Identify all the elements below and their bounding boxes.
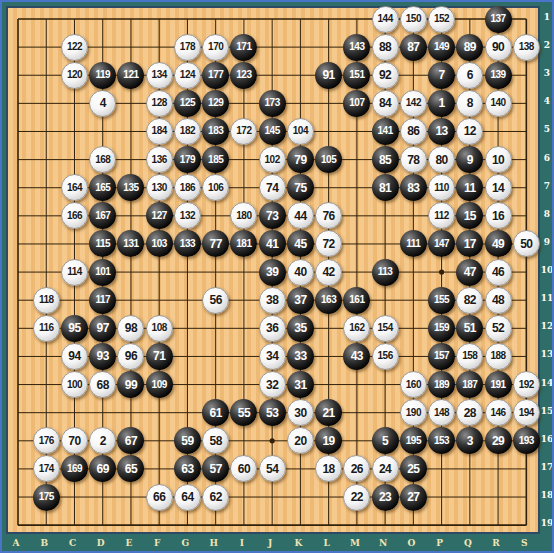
row-label-5: 5 [544,124,550,134]
move-number: 141 [378,126,393,136]
move-number: 180 [236,210,251,220]
move-number: 48 [492,294,504,306]
stone-white-move-184[interactable]: 184 [146,118,173,145]
move-number: 35 [294,322,306,334]
move-number: 45 [294,237,306,249]
stone-white-move-130[interactable]: 130 [146,174,173,201]
stone-black-move-31[interactable]: 31 [287,371,314,398]
move-number: 30 [294,406,306,418]
stone-white-move-36[interactable]: 36 [259,315,286,342]
stone-white-move-186[interactable]: 186 [174,174,201,201]
stone-black-move-51[interactable]: 51 [456,315,483,342]
stone-white-move-136[interactable]: 136 [146,146,173,173]
move-number: 77 [209,237,221,249]
stone-white-move-150[interactable]: 150 [400,6,427,33]
stone-white-move-120[interactable]: 120 [61,62,88,89]
move-number: 92 [379,69,391,81]
move-number: 78 [407,153,419,165]
stone-black-move-121[interactable]: 121 [117,62,144,89]
stone-black-move-87[interactable]: 87 [400,34,427,61]
move-number: 10 [492,153,504,165]
stone-black-move-7[interactable]: 7 [428,62,455,89]
stone-black-move-195[interactable]: 195 [400,427,427,454]
stone-white-move-56[interactable]: 56 [202,287,229,314]
move-number: 166 [67,210,82,220]
stone-black-move-23[interactable]: 23 [372,484,399,511]
move-number: 91 [322,69,334,81]
move-number: 162 [349,323,364,333]
stone-white-move-80[interactable]: 80 [428,146,455,173]
row-label-15: 15 [541,406,554,416]
column-label-K: K [294,538,302,548]
move-number: 74 [266,181,278,193]
move-number: 123 [236,70,251,80]
stone-white-move-38[interactable]: 38 [259,287,286,314]
move-number: 120 [67,70,82,80]
stone-white-move-92[interactable]: 92 [372,62,399,89]
stone-white-move-152[interactable]: 152 [428,6,455,33]
stone-black-move-177[interactable]: 177 [202,62,229,89]
column-label-S: S [521,538,528,548]
move-number: 158 [462,351,477,361]
stone-white-move-190[interactable]: 190 [400,399,427,426]
row-label-12: 12 [541,321,554,331]
move-number: 132 [180,210,195,220]
move-number: 32 [266,378,278,390]
stone-white-move-94[interactable]: 94 [61,343,88,370]
column-label-G: G [182,538,190,548]
move-number: 136 [152,154,167,164]
stone-white-move-48[interactable]: 48 [485,287,512,314]
move-number: 173 [265,98,280,108]
move-number: 161 [349,295,364,305]
stone-black-move-103[interactable]: 103 [146,230,173,257]
stone-black-move-183[interactable]: 183 [202,118,229,145]
stone-white-move-20[interactable]: 20 [287,427,314,454]
move-number: 81 [379,181,391,193]
move-number: 114 [67,267,82,277]
stone-white-move-114[interactable]: 114 [61,259,88,286]
column-label-P: P [436,538,443,548]
stone-white-move-170[interactable]: 170 [202,34,229,61]
move-number: 84 [379,97,391,109]
go-diagram-frame: 1441501521371221781701711438887149899013… [0,0,554,553]
row-label-16: 16 [541,434,554,444]
stone-white-move-182[interactable]: 182 [174,118,201,145]
stone-black-move-83[interactable]: 83 [400,174,427,201]
row-label-3: 3 [544,68,550,78]
stone-white-move-178[interactable]: 178 [174,34,201,61]
move-number: 6 [467,69,473,81]
move-number: 144 [378,14,393,24]
stone-white-move-8[interactable]: 8 [456,90,483,117]
stone-black-move-37[interactable]: 37 [287,287,314,314]
stone-white-move-124[interactable]: 124 [174,62,201,89]
stone-black-move-95[interactable]: 95 [61,315,88,342]
move-number: 151 [349,70,364,80]
column-label-J: J [268,538,272,548]
stone-white-move-138[interactable]: 138 [513,34,540,61]
stone-black-move-149[interactable]: 149 [428,34,455,61]
row-label-1: 1 [544,12,550,22]
move-number: 118 [39,295,54,305]
move-number: 104 [293,126,308,136]
stone-black-move-85[interactable]: 85 [372,146,399,173]
move-number: 53 [266,406,278,418]
stone-black-move-97[interactable]: 97 [89,315,116,342]
stone-black-move-137[interactable]: 137 [485,6,512,33]
stone-white-move-24[interactable]: 24 [372,455,399,482]
move-number: 165 [95,182,110,192]
stone-white-move-122[interactable]: 122 [61,34,88,61]
stone-white-move-88[interactable]: 88 [372,34,399,61]
move-number: 112 [434,210,449,220]
stone-white-move-144[interactable]: 144 [372,6,399,33]
stone-black-move-41[interactable]: 41 [259,230,286,257]
move-number: 33 [294,350,306,362]
stone-black-move-39[interactable]: 39 [259,259,286,286]
column-label-F: F [154,538,160,548]
column-label-C: C [69,538,76,548]
stone-black-move-139[interactable]: 139 [485,62,512,89]
move-number: 127 [152,210,167,220]
move-number: 80 [435,153,447,165]
stone-white-move-74[interactable]: 74 [259,174,286,201]
stone-black-move-109[interactable]: 109 [146,371,173,398]
move-number: 68 [97,378,109,390]
move-number: 4 [100,97,106,109]
move-number: 140 [490,98,505,108]
move-number: 21 [322,406,334,418]
stone-white-move-146[interactable]: 146 [485,399,512,426]
move-number: 108 [152,323,167,333]
move-number: 172 [236,126,251,136]
move-number: 16 [492,209,504,221]
stone-black-move-163[interactable]: 163 [315,287,342,314]
stone-white-move-30[interactable]: 30 [287,399,314,426]
move-number: 70 [68,434,80,446]
stone-white-move-14[interactable]: 14 [485,174,512,201]
stone-black-move-91[interactable]: 91 [315,62,342,89]
move-number: 40 [294,266,306,278]
column-label-R: R [492,538,499,548]
stone-black-move-127[interactable]: 127 [146,202,173,229]
stone-black-move-173[interactable]: 173 [259,90,286,117]
stone-black-move-141[interactable]: 141 [372,118,399,145]
column-label-N: N [379,538,387,548]
stone-white-move-6[interactable]: 6 [456,62,483,89]
move-number: 52 [492,322,504,334]
stone-black-move-119[interactable]: 119 [89,62,116,89]
stone-black-move-75[interactable]: 75 [287,174,314,201]
go-board-surface[interactable]: 1441501521371221781701711438887149899013… [6,6,540,534]
move-number: 103 [152,238,167,248]
stone-black-move-175[interactable]: 175 [33,484,60,511]
stone-black-move-53[interactable]: 53 [259,399,286,426]
move-number: 72 [322,237,334,249]
move-number: 194 [519,407,534,417]
move-number: 17 [464,237,476,249]
row-label-9: 9 [544,237,550,247]
move-number: 163 [321,295,336,305]
move-number: 19 [322,434,334,446]
stone-black-move-151[interactable]: 151 [343,62,370,89]
stone-white-move-64[interactable]: 64 [174,484,201,511]
move-number: 90 [492,41,504,53]
move-number: 7 [439,69,445,81]
move-number: 167 [95,210,110,220]
move-number: 182 [180,126,195,136]
move-number: 2 [100,434,106,446]
row-label-6: 6 [544,153,550,163]
move-number: 42 [322,266,334,278]
move-number: 43 [351,350,363,362]
move-number: 49 [492,237,504,249]
row-label-18: 18 [541,490,554,500]
move-number: 3 [467,434,473,446]
stone-white-move-162[interactable]: 162 [343,315,370,342]
move-number: 20 [294,434,306,446]
stone-black-move-93[interactable]: 93 [89,343,116,370]
column-label-H: H [209,538,218,548]
stone-white-move-10[interactable]: 10 [485,146,512,173]
stone-black-move-1[interactable]: 1 [428,90,455,117]
stone-black-move-79[interactable]: 79 [287,146,314,173]
stone-white-move-22[interactable]: 22 [343,484,370,511]
stone-white-move-194[interactable]: 194 [513,399,540,426]
stone-black-move-27[interactable]: 27 [400,484,427,511]
stone-black-move-123[interactable]: 123 [230,62,257,89]
move-number: 98 [125,322,137,334]
stone-white-move-4[interactable]: 4 [89,90,116,117]
stone-white-move-192[interactable]: 192 [513,371,540,398]
stone-black-move-81[interactable]: 81 [372,174,399,201]
move-number: 82 [464,294,476,306]
move-number: 187 [462,379,477,389]
stone-white-move-102[interactable]: 102 [259,146,286,173]
move-number: 186 [180,182,195,192]
move-number: 183 [208,126,223,136]
move-number: 146 [490,407,505,417]
move-number: 89 [464,41,476,53]
move-number: 138 [519,42,534,52]
stone-white-move-160[interactable]: 160 [400,371,427,398]
move-number: 63 [181,462,193,474]
stone-black-move-143[interactable]: 143 [343,34,370,61]
stone-white-move-108[interactable]: 108 [146,315,173,342]
stone-black-move-35[interactable]: 35 [287,315,314,342]
move-number: 143 [349,42,364,52]
move-number: 54 [266,462,278,474]
stone-black-move-117[interactable]: 117 [89,287,116,314]
move-number: 115 [95,238,110,248]
stone-white-move-140[interactable]: 140 [485,90,512,117]
stone-black-move-189[interactable]: 189 [428,371,455,398]
stone-black-move-157[interactable]: 157 [428,343,455,370]
stone-white-move-32[interactable]: 32 [259,371,286,398]
move-number: 18 [322,462,334,474]
column-label-A: A [13,538,20,548]
move-number: 51 [464,322,476,334]
stone-white-move-128[interactable]: 128 [146,90,173,117]
move-number: 24 [379,462,391,474]
stone-black-move-171[interactable]: 171 [230,34,257,61]
stone-white-move-34[interactable]: 34 [259,343,286,370]
row-label-17: 17 [541,462,554,472]
move-number: 28 [464,406,476,418]
stone-white-move-154[interactable]: 154 [372,315,399,342]
stone-white-move-164[interactable]: 164 [61,174,88,201]
move-number: 55 [238,406,250,418]
move-number: 34 [266,350,278,362]
move-number: 105 [321,154,336,164]
star-point-P10 [439,269,444,274]
move-number: 185 [208,154,223,164]
stone-white-move-142[interactable]: 142 [400,90,427,117]
stone-black-move-191[interactable]: 191 [485,371,512,398]
move-number: 46 [492,266,504,278]
stone-black-move-101[interactable]: 101 [89,259,116,286]
stone-black-move-33[interactable]: 33 [287,343,314,370]
move-number: 174 [39,463,54,473]
stone-black-move-49[interactable]: 49 [485,230,512,257]
move-number: 73 [266,209,278,221]
stone-black-move-29[interactable]: 29 [485,427,512,454]
stone-black-move-125[interactable]: 125 [174,90,201,117]
stone-black-move-47[interactable]: 47 [456,259,483,286]
stone-white-move-188[interactable]: 188 [485,343,512,370]
move-number: 62 [209,491,221,503]
move-number: 58 [209,434,221,446]
move-number: 130 [152,182,167,192]
move-number: 5 [382,434,388,446]
stone-black-move-179[interactable]: 179 [174,146,201,173]
move-number: 99 [125,378,137,390]
move-number: 155 [434,295,449,305]
move-number: 176 [39,435,54,445]
stone-white-move-104[interactable]: 104 [287,118,314,145]
move-number: 97 [97,322,109,334]
move-number: 160 [406,379,421,389]
move-number: 131 [123,238,138,248]
stone-white-move-46[interactable]: 46 [485,259,512,286]
stone-black-move-193[interactable]: 193 [513,427,540,454]
move-number: 57 [209,462,221,474]
column-label-O: O [407,538,415,548]
move-number: 153 [434,435,449,445]
stone-white-move-82[interactable]: 82 [456,287,483,314]
row-label-13: 13 [541,349,554,359]
move-number: 15 [464,209,476,221]
stone-black-move-155[interactable]: 155 [428,287,455,314]
move-number: 134 [152,70,167,80]
stone-black-move-73[interactable]: 73 [259,202,286,229]
stone-white-move-90[interactable]: 90 [485,34,512,61]
move-number: 85 [379,153,391,165]
move-number: 71 [153,350,165,362]
stone-black-move-161[interactable]: 161 [343,287,370,314]
column-label-B: B [40,538,48,548]
stone-black-move-13[interactable]: 13 [428,118,455,145]
row-label-14: 14 [541,378,554,388]
row-label-19: 19 [541,518,554,528]
stone-white-move-78[interactable]: 78 [400,146,427,173]
move-number: 47 [464,266,476,278]
stone-white-move-42[interactable]: 42 [315,259,342,286]
move-number: 22 [351,491,363,503]
stone-white-move-52[interactable]: 52 [485,315,512,342]
column-label-M: M [350,538,360,548]
move-number: 69 [97,462,109,474]
move-number: 113 [378,267,393,277]
stone-white-move-54[interactable]: 54 [259,455,286,482]
stone-black-move-159[interactable]: 159 [428,315,455,342]
move-number: 164 [67,182,82,192]
move-number: 150 [406,14,421,24]
column-label-Q: Q [464,538,472,548]
move-number: 148 [434,407,449,417]
move-number: 95 [68,322,80,334]
stone-white-move-16[interactable]: 16 [485,202,512,229]
stone-black-move-113[interactable]: 113 [372,259,399,286]
stone-white-move-174[interactable]: 174 [33,455,60,482]
stone-white-move-176[interactable]: 176 [33,427,60,454]
move-number: 36 [266,322,278,334]
stone-black-move-129[interactable]: 129 [202,90,229,117]
stone-white-move-62[interactable]: 62 [202,484,229,511]
stone-white-move-156[interactable]: 156 [372,343,399,370]
move-number: 175 [39,492,54,502]
move-number: 170 [208,42,223,52]
stone-white-move-86[interactable]: 86 [400,118,427,145]
stone-white-move-116[interactable]: 116 [33,315,60,342]
stone-black-move-71[interactable]: 71 [146,343,173,370]
move-number: 65 [125,462,137,474]
move-number: 59 [181,434,193,446]
move-number: 195 [406,435,421,445]
move-number: 190 [406,407,421,417]
move-number: 60 [238,462,250,474]
stone-black-move-145[interactable]: 145 [259,118,286,145]
stone-black-move-5[interactable]: 5 [372,427,399,454]
move-number: 119 [95,70,110,80]
move-number: 142 [406,98,421,108]
move-number: 14 [492,181,504,193]
move-number: 79 [294,153,306,165]
stone-white-move-40[interactable]: 40 [287,259,314,286]
move-number: 11 [464,181,476,193]
move-number: 188 [490,351,505,361]
stone-black-move-89[interactable]: 89 [456,34,483,61]
stone-white-move-118[interactable]: 118 [33,287,60,314]
move-number: 25 [407,462,419,474]
move-number: 124 [180,70,195,80]
stone-white-move-100[interactable]: 100 [61,371,88,398]
move-number: 93 [97,350,109,362]
column-label-E: E [126,538,133,548]
move-number: 88 [379,41,391,53]
move-number: 109 [152,379,167,389]
move-number: 9 [467,153,473,165]
stone-white-move-84[interactable]: 84 [372,90,399,117]
row-label-2: 2 [544,40,550,50]
move-number: 75 [294,181,306,193]
move-number: 116 [39,323,54,333]
move-number: 125 [180,98,195,108]
move-number: 171 [236,42,251,52]
stone-white-move-66[interactable]: 66 [146,484,173,511]
stone-white-move-134[interactable]: 134 [146,62,173,89]
